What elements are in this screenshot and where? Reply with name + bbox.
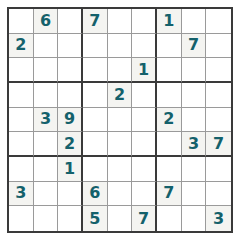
cell-r9c7[interactable]: [157, 206, 182, 231]
given-digit: 2: [163, 111, 174, 127]
cell-r2c3[interactable]: [58, 34, 83, 59]
cell-r6c5[interactable]: [108, 132, 133, 157]
cell-r6c1[interactable]: [9, 132, 34, 157]
cell-r7c2[interactable]: [34, 157, 59, 182]
given-digit: 3: [15, 185, 26, 201]
given-digit: 1: [138, 62, 149, 78]
given-digit: 3: [213, 211, 224, 227]
given-digit: 3: [188, 136, 199, 152]
cell-r1c1[interactable]: [9, 9, 34, 34]
cell-r1c7[interactable]: 1: [157, 9, 182, 34]
cell-r8c2[interactable]: [34, 182, 59, 207]
sudoku-board: 67127123922371367573: [7, 7, 233, 233]
cell-r4c3[interactable]: [58, 83, 83, 108]
cell-r8c1[interactable]: 3: [9, 182, 34, 207]
cell-r4c6[interactable]: [132, 83, 157, 108]
cell-r4c8[interactable]: [182, 83, 207, 108]
cell-r9c3[interactable]: [58, 206, 83, 231]
given-digit: 7: [138, 211, 149, 227]
cell-r9c6[interactable]: 7: [132, 206, 157, 231]
cell-r5c7[interactable]: 2: [157, 108, 182, 133]
cell-r6c3[interactable]: 2: [58, 132, 83, 157]
cell-r4c4[interactable]: [83, 83, 108, 108]
cell-r1c3[interactable]: [58, 9, 83, 34]
cell-r8c4[interactable]: 6: [83, 182, 108, 207]
cell-r2c7[interactable]: [157, 34, 182, 59]
cell-r7c7[interactable]: [157, 157, 182, 182]
given-digit: 7: [213, 136, 224, 152]
cell-r3c8[interactable]: [182, 58, 207, 83]
given-digit: 6: [89, 185, 100, 201]
cell-r2c6[interactable]: [132, 34, 157, 59]
given-digit: 5: [89, 211, 100, 227]
cell-r7c5[interactable]: [108, 157, 133, 182]
given-digit: 7: [89, 13, 100, 29]
cell-r8c3[interactable]: [58, 182, 83, 207]
cell-r6c4[interactable]: [83, 132, 108, 157]
given-digit: 7: [188, 37, 199, 53]
cell-r9c2[interactable]: [34, 206, 59, 231]
cell-r3c5[interactable]: [108, 58, 133, 83]
cell-r7c1[interactable]: [9, 157, 34, 182]
cell-r2c8[interactable]: 7: [182, 34, 207, 59]
cell-r9c9[interactable]: 3: [206, 206, 231, 231]
cell-r1c8[interactable]: [182, 9, 207, 34]
cell-r3c6[interactable]: 1: [132, 58, 157, 83]
given-digit: 2: [114, 87, 125, 103]
cell-r7c9[interactable]: [206, 157, 231, 182]
cell-r3c4[interactable]: [83, 58, 108, 83]
cell-r5c8[interactable]: [182, 108, 207, 133]
given-digit: 7: [163, 185, 174, 201]
cell-r6c8[interactable]: 3: [182, 132, 207, 157]
given-digit: 2: [64, 136, 75, 152]
given-digit: 3: [40, 111, 51, 127]
cell-r4c9[interactable]: [206, 83, 231, 108]
cell-r1c9[interactable]: [206, 9, 231, 34]
given-digit: 2: [15, 37, 26, 53]
cell-r1c2[interactable]: 6: [34, 9, 59, 34]
cell-r3c2[interactable]: [34, 58, 59, 83]
cell-r3c9[interactable]: [206, 58, 231, 83]
cell-r5c4[interactable]: [83, 108, 108, 133]
cell-r1c5[interactable]: [108, 9, 133, 34]
cell-r1c4[interactable]: 7: [83, 9, 108, 34]
cell-r9c8[interactable]: [182, 206, 207, 231]
cell-r5c2[interactable]: 3: [34, 108, 59, 133]
cell-r7c4[interactable]: [83, 157, 108, 182]
given-digit: 9: [64, 111, 75, 127]
cell-r2c5[interactable]: [108, 34, 133, 59]
cell-r5c5[interactable]: [108, 108, 133, 133]
cell-r5c6[interactable]: [132, 108, 157, 133]
given-digit: 1: [163, 13, 174, 29]
cell-r6c6[interactable]: [132, 132, 157, 157]
cell-r7c6[interactable]: [132, 157, 157, 182]
cell-r3c3[interactable]: [58, 58, 83, 83]
cell-r2c1[interactable]: 2: [9, 34, 34, 59]
cell-r8c8[interactable]: [182, 182, 207, 207]
cell-r9c1[interactable]: [9, 206, 34, 231]
cell-r1c6[interactable]: [132, 9, 157, 34]
cell-r7c8[interactable]: [182, 157, 207, 182]
given-digit: 6: [40, 13, 51, 29]
cell-r2c4[interactable]: [83, 34, 108, 59]
cell-r8c6[interactable]: [132, 182, 157, 207]
cell-r8c7[interactable]: 7: [157, 182, 182, 207]
cell-r2c9[interactable]: [206, 34, 231, 59]
cell-r6c9[interactable]: 7: [206, 132, 231, 157]
cell-r2c2[interactable]: [34, 34, 59, 59]
cell-r8c9[interactable]: [206, 182, 231, 207]
cell-r4c5[interactable]: 2: [108, 83, 133, 108]
cell-r7c3[interactable]: 1: [58, 157, 83, 182]
sudoku-page: 67127123922371367573: [0, 0, 240, 240]
cell-r5c3[interactable]: 9: [58, 108, 83, 133]
cell-r5c1[interactable]: [9, 108, 34, 133]
cell-r4c1[interactable]: [9, 83, 34, 108]
cell-r9c4[interactable]: 5: [83, 206, 108, 231]
cell-r8c5[interactable]: [108, 182, 133, 207]
cell-r6c7[interactable]: [157, 132, 182, 157]
cell-r4c2[interactable]: [34, 83, 59, 108]
cell-r3c7[interactable]: [157, 58, 182, 83]
cell-r3c1[interactable]: [9, 58, 34, 83]
cell-r4c7[interactable]: [157, 83, 182, 108]
given-digit: 1: [64, 161, 75, 177]
cell-r5c9[interactable]: [206, 108, 231, 133]
cell-r9c5[interactable]: [108, 206, 133, 231]
cell-r6c2[interactable]: [34, 132, 59, 157]
